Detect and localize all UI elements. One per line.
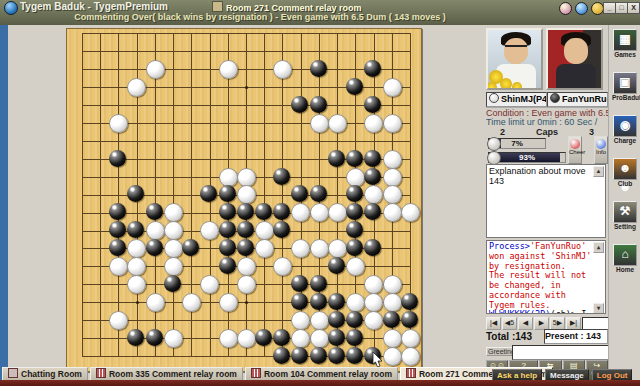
home-sidebar-button[interactable]: ⌂Home	[612, 244, 638, 280]
white-stone	[364, 185, 383, 204]
black-stone	[127, 221, 144, 238]
sidebar-icon-label: ProBaduk	[612, 94, 640, 101]
white-stone	[219, 293, 238, 312]
black-stone	[237, 203, 254, 220]
nav-button-back5[interactable]: ◀5	[502, 317, 517, 330]
black-stone	[273, 347, 290, 364]
black-stone	[219, 203, 236, 220]
games-sidebar-button[interactable]: ▦Games	[612, 29, 638, 65]
black-stone	[109, 203, 126, 220]
white-stone	[255, 221, 274, 240]
white-stone	[383, 78, 402, 97]
chat-line: WLWHKKKK(2D)(ch)> I had a nice game with…	[489, 310, 595, 314]
white-stone	[109, 311, 128, 330]
photo-shirt	[556, 64, 596, 90]
grid-line	[82, 141, 410, 142]
black-stone	[219, 221, 236, 238]
white-stone	[164, 221, 183, 240]
black-stone	[310, 347, 327, 364]
black-stone	[346, 239, 363, 256]
white-stone	[255, 239, 274, 258]
black-stone	[364, 96, 381, 113]
black-stone	[364, 203, 381, 220]
setting-icon: ⚒	[613, 201, 637, 223]
star-point	[245, 86, 248, 89]
black-stone	[401, 293, 418, 310]
white-stone	[328, 203, 347, 222]
window-title: Tygem Baduk - TygemPremium	[20, 1, 168, 12]
white-stone	[273, 257, 292, 276]
white-stone	[328, 114, 347, 133]
white-stone	[383, 293, 402, 312]
board-icon	[96, 368, 106, 378]
desktop-strip	[0, 25, 8, 386]
black-stone	[127, 185, 144, 202]
black-stone	[182, 239, 199, 256]
button-label: Cheer	[569, 149, 581, 155]
white-stone	[146, 221, 165, 240]
white-stone	[109, 114, 128, 133]
black-bar-knob[interactable]	[487, 151, 501, 165]
white-stone	[237, 185, 256, 204]
white-stone	[200, 275, 219, 294]
grid-line	[82, 33, 410, 34]
black-stone	[310, 60, 327, 77]
black-stone	[291, 275, 308, 292]
white-stone	[383, 347, 402, 366]
white-stone	[237, 275, 256, 294]
star-point	[136, 301, 139, 304]
white-player-name[interactable]: ShinMJ(P4D)	[486, 92, 547, 107]
chat-line: Process>'FanYunRuo' won against 'ShinMJ'…	[489, 242, 595, 271]
star-point	[245, 301, 248, 304]
black-stone	[346, 150, 363, 167]
white-stone	[383, 168, 402, 187]
black-stone	[255, 203, 272, 220]
black-stone	[237, 221, 254, 238]
club-sidebar-button[interactable]: ☻☻Club	[612, 158, 638, 194]
black-stone	[164, 275, 181, 292]
black-stone	[310, 275, 327, 292]
black-stone	[219, 239, 236, 256]
black-stone	[364, 150, 381, 167]
probaduk-icon: ▣	[613, 72, 637, 94]
total-moves-label: Total :143	[486, 331, 532, 342]
info-button[interactable]: Info	[594, 136, 608, 164]
white-stone	[127, 257, 146, 276]
flower-overlay	[512, 82, 522, 90]
white-time-bar: 7%	[488, 138, 546, 149]
charge-sidebar-button[interactable]: ◉Charge	[612, 115, 638, 151]
white-stone	[219, 60, 238, 79]
sidebar-icon-label: Home	[616, 266, 634, 273]
white-stone	[291, 329, 310, 348]
go-board[interactable]	[66, 28, 422, 372]
club-icon: ☻☻	[613, 158, 637, 180]
white-stone	[237, 168, 256, 187]
black-stone	[255, 329, 272, 346]
tab-label: Room 335 Comment relay room	[109, 369, 237, 379]
white-stone	[164, 239, 183, 258]
white-stone	[383, 185, 402, 204]
sidebar-icon-label: Club	[618, 180, 632, 187]
white-stone	[182, 293, 201, 312]
black-stone	[328, 311, 345, 328]
chat-text: The result will not be changed, in accor…	[489, 270, 586, 309]
black-stone	[273, 221, 290, 238]
white-stone	[109, 257, 128, 276]
white-stone	[291, 311, 310, 330]
white-stone	[364, 311, 383, 330]
white-stone	[310, 239, 329, 258]
chat-sender[interactable]: WLWHKKKK(2D)	[489, 309, 550, 314]
title-bar: Tygem Baduk - TygemPremium Room 271 Comm…	[0, 0, 640, 25]
probaduk-sidebar-button[interactable]: ▣ProBaduk	[612, 72, 638, 108]
black-stone	[146, 329, 163, 346]
chat-sender: Process>	[489, 241, 530, 251]
black-stone	[346, 347, 363, 364]
white-stone	[401, 329, 420, 348]
white-stone	[383, 114, 402, 133]
white-stone	[310, 311, 329, 330]
white-stone	[401, 347, 420, 366]
close-button[interactable]: X	[627, 2, 640, 14]
white-stone	[146, 60, 165, 79]
present-move-box: Present : 143	[544, 329, 608, 344]
white-stone	[383, 275, 402, 294]
black-stone	[237, 239, 254, 256]
tab-label: Chatting Room	[21, 369, 82, 379]
black-stone	[328, 150, 345, 167]
board-icon	[251, 368, 261, 378]
white-stone	[328, 239, 347, 258]
white-caps-count: 2	[500, 127, 505, 137]
white-stone	[383, 150, 402, 169]
black-stone	[273, 168, 290, 185]
white-stone	[273, 60, 292, 79]
grid-line	[82, 123, 410, 124]
photo-glasses	[505, 45, 527, 52]
white-stone	[310, 329, 329, 348]
black-stone	[364, 239, 381, 256]
tab-label: Room 104 Comment relay room	[264, 369, 392, 379]
black-stone	[328, 293, 345, 310]
sidebar-icon-label: Games	[614, 51, 636, 58]
grid-line	[82, 69, 410, 70]
white-stone	[219, 329, 238, 348]
taskbar-strip	[0, 380, 640, 386]
black-stone	[328, 257, 345, 274]
black-stone	[328, 329, 345, 346]
button-label: Info	[595, 149, 607, 155]
greeting-row: Greeting	[486, 345, 608, 358]
black-stone	[146, 203, 163, 220]
white-stone	[200, 221, 219, 240]
white-stone	[346, 257, 365, 276]
black-stone	[383, 311, 400, 328]
white-player-photo	[486, 28, 543, 90]
white-stone	[164, 329, 183, 348]
nav-button-first[interactable]: |◀	[486, 317, 501, 330]
white-stone	[291, 239, 310, 258]
black-stone	[346, 185, 363, 202]
white-stone	[164, 203, 183, 222]
black-stone	[310, 96, 327, 113]
scroll-up-icon[interactable]: ▲	[593, 166, 604, 177]
help-ball-icon[interactable]	[559, 2, 572, 15]
black-stone-icon	[550, 93, 560, 103]
white-stone	[237, 257, 256, 276]
total-row: Total :143 Present : 143	[486, 331, 608, 342]
black-stone	[109, 239, 126, 256]
cheer-button[interactable]: Cheer	[568, 136, 582, 164]
flower-overlay	[486, 82, 497, 90]
black-stone	[127, 329, 144, 346]
black-stone	[219, 257, 236, 274]
white-stone	[346, 168, 365, 187]
flower-overlay	[500, 78, 512, 90]
white-stone	[383, 203, 402, 222]
black-stone	[401, 311, 418, 328]
browser-icon[interactable]	[575, 2, 588, 15]
white-stone	[127, 78, 146, 97]
black-stone	[364, 60, 381, 77]
white-stone	[127, 239, 146, 258]
black-stone	[346, 221, 363, 238]
black-stone	[291, 293, 308, 310]
room-icon	[212, 1, 223, 12]
black-stone	[219, 185, 236, 202]
white-stone	[146, 293, 165, 312]
white-stone	[310, 203, 329, 222]
white-stone	[291, 203, 310, 222]
chat-line: The result will not be changed, in accor…	[489, 271, 595, 310]
white-stone-icon	[489, 93, 499, 103]
white-stone	[310, 114, 329, 133]
black-stone	[273, 203, 290, 220]
scroll-down-icon[interactable]: ▼	[593, 303, 604, 314]
black-stone	[109, 150, 126, 167]
cheer-icon	[570, 139, 580, 149]
white-stone	[346, 293, 365, 312]
home-icon	[8, 368, 18, 378]
sidebar-icon-label: Setting	[614, 223, 636, 230]
white-name-label: ShinMJ(P4D)	[501, 94, 547, 104]
black-time-bar: 93%	[488, 152, 566, 163]
setting-sidebar-button[interactable]: ⚒Setting	[612, 201, 638, 237]
black-stone	[291, 96, 308, 113]
white-stone	[127, 275, 146, 294]
grid-line	[82, 51, 410, 52]
black-stone	[291, 185, 308, 202]
black-name-label: FanYunRuo(P9	[562, 94, 608, 104]
black-stone	[346, 311, 363, 328]
white-stone	[164, 257, 183, 276]
white-bar-knob[interactable]	[487, 137, 501, 151]
side-icon-column: ▦Games▣ProBaduk◉Charge☻☻Club⚒Setting⌂Hom…	[608, 25, 640, 380]
white-stone	[364, 275, 383, 294]
white-stone	[401, 203, 420, 222]
sidebar-icon-label: Charge	[614, 137, 636, 144]
black-stone	[346, 329, 363, 346]
black-stone	[328, 347, 345, 364]
black-stone	[310, 293, 327, 310]
black-stone	[273, 329, 290, 346]
black-player-name[interactable]: FanYunRuo(P9	[547, 92, 608, 107]
photo-face	[564, 38, 588, 64]
explanation-text: Explanation about move 143	[489, 166, 586, 186]
nav-button-back[interactable]: ◀	[518, 317, 533, 330]
grid-line	[82, 105, 410, 106]
black-player-photo	[546, 28, 603, 90]
captures-row: 2 Caps 3	[486, 127, 608, 137]
black-stone	[291, 347, 308, 364]
time-limit-line: Time limit ur 0min : 60 Sec /	[486, 117, 608, 127]
black-stone	[310, 185, 327, 202]
room-tab-bar: Chatting RoomRoom 335 Comment relay room…	[0, 367, 490, 381]
white-stone	[237, 329, 256, 348]
home-icon: ⌂	[613, 244, 637, 266]
white-stone	[219, 168, 238, 187]
black-stone	[346, 78, 363, 95]
black-stone	[346, 203, 363, 220]
chat-message-box[interactable]: ▲ ▼ Process>'FanYunRuo' won against 'Shi…	[486, 240, 606, 314]
game-side-panel: ShinMJ(P4D) FanYunRuo(P9 Condition : Eve…	[486, 26, 608, 380]
white-stone	[364, 114, 383, 133]
white-stone	[364, 293, 383, 312]
black-stone	[364, 168, 381, 185]
scroll-up-icon[interactable]: ▲	[593, 242, 604, 253]
white-stone	[383, 329, 402, 348]
black-stone	[109, 221, 126, 238]
charge-icon: ◉	[613, 115, 637, 137]
app-window: Tygem Baduk - TygemPremium Room 271 Comm…	[0, 0, 640, 386]
games-icon: ▦	[613, 29, 637, 51]
black-stone	[146, 239, 163, 256]
black-stone	[200, 185, 217, 202]
greeting-input[interactable]	[512, 345, 610, 360]
board-icon	[406, 368, 416, 378]
game-status-line: Commenting Over( black wins by resignati…	[0, 12, 520, 22]
info-icon	[596, 139, 606, 149]
caps-label: Caps	[536, 127, 558, 137]
explanation-box[interactable]: Explanation about move 143 ▲	[486, 164, 606, 238]
